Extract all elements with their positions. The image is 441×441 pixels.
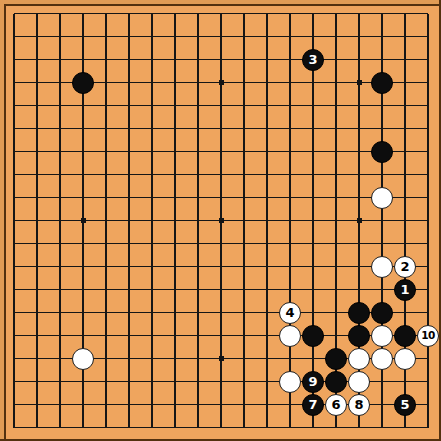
board-point (233, 71, 256, 94)
board-point (3, 393, 26, 416)
board-point (417, 301, 440, 324)
board-point (72, 278, 95, 301)
board-point (325, 2, 348, 25)
black-stone (302, 325, 324, 347)
board-point (233, 209, 256, 232)
star-point-marker (357, 80, 362, 85)
board-point (417, 393, 440, 416)
board-point (141, 278, 164, 301)
board-point (348, 71, 371, 94)
board-point (49, 278, 72, 301)
board-point (279, 347, 302, 370)
board-point (302, 324, 325, 347)
board-point (26, 140, 49, 163)
board-point (233, 393, 256, 416)
board-point (3, 140, 26, 163)
board-point (187, 370, 210, 393)
board-point (371, 324, 394, 347)
board-point (325, 117, 348, 140)
board-point (210, 324, 233, 347)
black-stone (371, 72, 393, 94)
board-point (394, 2, 417, 25)
board-point (141, 255, 164, 278)
board-point (210, 416, 233, 439)
board-point (95, 140, 118, 163)
board-point (141, 48, 164, 71)
board-point (279, 2, 302, 25)
board-point (256, 278, 279, 301)
board-point (394, 324, 417, 347)
board-point (3, 117, 26, 140)
board-point (72, 48, 95, 71)
board-point (3, 370, 26, 393)
board-point (417, 48, 440, 71)
board-point (348, 140, 371, 163)
board-point (394, 140, 417, 163)
board-point (187, 25, 210, 48)
black-stone-move-1: 1 (394, 279, 416, 301)
board-point (118, 209, 141, 232)
board-point (26, 94, 49, 117)
board-point (302, 347, 325, 370)
board-point (279, 278, 302, 301)
board-point (348, 301, 371, 324)
board-point (49, 347, 72, 370)
board-point (141, 370, 164, 393)
board-point (279, 48, 302, 71)
black-stone (394, 325, 416, 347)
board-point (210, 347, 233, 370)
black-stone (325, 348, 347, 370)
board-point (417, 117, 440, 140)
board-point (49, 186, 72, 209)
board-point (417, 25, 440, 48)
board-point (302, 232, 325, 255)
board-point (394, 186, 417, 209)
board-point (302, 255, 325, 278)
board-point (187, 232, 210, 255)
board-point (371, 347, 394, 370)
board-point (187, 209, 210, 232)
board-point (394, 370, 417, 393)
board-point (187, 94, 210, 117)
board-point (279, 255, 302, 278)
board-point (49, 370, 72, 393)
board-point (49, 416, 72, 439)
board-point (49, 94, 72, 117)
board-point (325, 278, 348, 301)
white-stone (348, 371, 370, 393)
board-point (49, 2, 72, 25)
board-point (164, 347, 187, 370)
board-point: 4 (279, 301, 302, 324)
board-point (279, 163, 302, 186)
board-point (164, 117, 187, 140)
board-point (95, 71, 118, 94)
white-stone-move-2: 2 (394, 256, 416, 278)
board-point (118, 163, 141, 186)
board-point (141, 232, 164, 255)
board-point (302, 117, 325, 140)
board-point (371, 48, 394, 71)
white-stone (279, 371, 301, 393)
board-point (233, 255, 256, 278)
board-point (325, 255, 348, 278)
board-point: 2 (394, 255, 417, 278)
board-point (233, 370, 256, 393)
board-point (95, 370, 118, 393)
board-point (95, 25, 118, 48)
board-point: 5 (394, 393, 417, 416)
board-point (348, 94, 371, 117)
board-point (95, 186, 118, 209)
board-point (72, 186, 95, 209)
board-point (279, 140, 302, 163)
board-point: 9 (302, 370, 325, 393)
board-point (302, 301, 325, 324)
board-point (417, 71, 440, 94)
board-point (49, 117, 72, 140)
board-point (233, 140, 256, 163)
board-point (233, 347, 256, 370)
board-point (49, 255, 72, 278)
white-stone-move-6: 6 (325, 394, 347, 416)
board-point (164, 71, 187, 94)
board-point (72, 117, 95, 140)
black-stone (371, 141, 393, 163)
board-point (256, 163, 279, 186)
board-point (26, 347, 49, 370)
board-point (394, 209, 417, 232)
white-stone (279, 325, 301, 347)
go-board-grid: 32141097685 (3, 2, 440, 439)
board-point (325, 232, 348, 255)
board-point (233, 117, 256, 140)
board-point (95, 347, 118, 370)
board-point (348, 347, 371, 370)
board-point (348, 186, 371, 209)
board-point (118, 347, 141, 370)
board-point (394, 117, 417, 140)
board-point (210, 163, 233, 186)
board-point (3, 416, 26, 439)
white-stone (394, 348, 416, 370)
board-point (26, 393, 49, 416)
board-point (210, 117, 233, 140)
board-point (302, 209, 325, 232)
board-point (118, 48, 141, 71)
board-point (417, 232, 440, 255)
board-point (187, 48, 210, 71)
board-point (371, 393, 394, 416)
board-point (187, 255, 210, 278)
board-point (371, 25, 394, 48)
go-diagram: 32141097685 (0, 0, 441, 441)
board-point (118, 370, 141, 393)
board-point (3, 255, 26, 278)
board-point (141, 94, 164, 117)
board-point (348, 324, 371, 347)
board-point (141, 71, 164, 94)
board-point (141, 163, 164, 186)
board-point (118, 2, 141, 25)
board-point (95, 278, 118, 301)
board-point (26, 301, 49, 324)
board-point (72, 255, 95, 278)
board-point (72, 324, 95, 347)
board-point (187, 416, 210, 439)
board-point (164, 186, 187, 209)
board-point (49, 301, 72, 324)
board-point (348, 163, 371, 186)
board-point (72, 347, 95, 370)
board-point (118, 71, 141, 94)
board-point (26, 48, 49, 71)
board-point (417, 140, 440, 163)
board-point (210, 209, 233, 232)
board-point (256, 301, 279, 324)
board-point (325, 163, 348, 186)
board-point (348, 255, 371, 278)
board-point (233, 25, 256, 48)
board-point (210, 94, 233, 117)
board-point (164, 163, 187, 186)
board-point (164, 232, 187, 255)
board-point (118, 393, 141, 416)
board-point (72, 416, 95, 439)
board-point (256, 140, 279, 163)
board-point (49, 71, 72, 94)
board-point (325, 48, 348, 71)
star-point-marker (219, 218, 224, 223)
board-point (118, 255, 141, 278)
board-point (210, 186, 233, 209)
board-point (417, 347, 440, 370)
board-face: 32141097685 (4, 4, 439, 439)
board-point (279, 370, 302, 393)
board-point (26, 370, 49, 393)
star-point-marker (219, 356, 224, 361)
board-point (394, 25, 417, 48)
board-point (417, 2, 440, 25)
board-point (95, 324, 118, 347)
board-point (141, 393, 164, 416)
board-point (3, 347, 26, 370)
board-point (371, 186, 394, 209)
board-point (95, 163, 118, 186)
board-point (325, 416, 348, 439)
board-point (26, 2, 49, 25)
board-point (3, 186, 26, 209)
board-point (394, 232, 417, 255)
black-stone (371, 302, 393, 324)
white-stone (371, 187, 393, 209)
board-point (95, 94, 118, 117)
board-point (279, 186, 302, 209)
board-point (256, 393, 279, 416)
board-point (141, 416, 164, 439)
board-point: 1 (394, 278, 417, 301)
board-point (256, 347, 279, 370)
board-point (95, 48, 118, 71)
board-point (256, 186, 279, 209)
board-point (394, 71, 417, 94)
board-point (118, 25, 141, 48)
board-point (371, 278, 394, 301)
board-point (256, 232, 279, 255)
board-point (141, 140, 164, 163)
board-point (3, 324, 26, 347)
board-point (118, 301, 141, 324)
board-point (371, 232, 394, 255)
board-point (3, 71, 26, 94)
board-point (279, 324, 302, 347)
board-point (233, 278, 256, 301)
black-stone-move-5: 5 (394, 394, 416, 416)
board-point (72, 370, 95, 393)
board-point (302, 94, 325, 117)
board-point (210, 370, 233, 393)
board-point (3, 25, 26, 48)
board-point: 10 (417, 324, 440, 347)
board-point (72, 140, 95, 163)
board-point (187, 347, 210, 370)
board-point (233, 416, 256, 439)
board-point (26, 71, 49, 94)
star-point-marker (81, 218, 86, 223)
board-point (26, 255, 49, 278)
board-point (371, 255, 394, 278)
board-point (3, 48, 26, 71)
white-stone (371, 348, 393, 370)
board-point (187, 140, 210, 163)
board-point (95, 209, 118, 232)
board-point (141, 301, 164, 324)
board-point (348, 117, 371, 140)
board-point: 6 (325, 393, 348, 416)
board-point (348, 278, 371, 301)
board-point (26, 324, 49, 347)
board-point (118, 140, 141, 163)
board-point (371, 163, 394, 186)
black-stone (325, 371, 347, 393)
board-point (164, 140, 187, 163)
board-point (233, 324, 256, 347)
board-point (233, 186, 256, 209)
board-point (26, 186, 49, 209)
board-point (187, 301, 210, 324)
white-stone (371, 325, 393, 347)
board-point (187, 186, 210, 209)
board-point: 7 (302, 393, 325, 416)
board-point (26, 416, 49, 439)
board-point (348, 48, 371, 71)
board-point (141, 209, 164, 232)
board-point (302, 163, 325, 186)
board-point (256, 2, 279, 25)
board-point (371, 209, 394, 232)
board-point (302, 278, 325, 301)
board-point (26, 209, 49, 232)
board-point (49, 140, 72, 163)
board-point (371, 2, 394, 25)
board-point (118, 186, 141, 209)
board-point (164, 324, 187, 347)
board-point (141, 347, 164, 370)
white-stone-move-4: 4 (279, 302, 301, 324)
black-stone (348, 325, 370, 347)
board-point (417, 255, 440, 278)
white-stone (371, 256, 393, 278)
board-point (72, 209, 95, 232)
board-point (279, 94, 302, 117)
board-point (118, 232, 141, 255)
board-point (95, 301, 118, 324)
board-point (348, 209, 371, 232)
board-point (164, 48, 187, 71)
board-point (72, 71, 95, 94)
board-point (210, 301, 233, 324)
board-point (95, 232, 118, 255)
board-point (95, 117, 118, 140)
board-point (141, 25, 164, 48)
board-point (210, 255, 233, 278)
board-point (348, 416, 371, 439)
board-point (233, 48, 256, 71)
board-point (164, 2, 187, 25)
board-point (210, 48, 233, 71)
white-stone-move-8: 8 (348, 394, 370, 416)
board-point (26, 278, 49, 301)
board-point (118, 94, 141, 117)
board-point (26, 163, 49, 186)
board-point (187, 324, 210, 347)
board-point (187, 2, 210, 25)
board-point (210, 278, 233, 301)
board-point (394, 347, 417, 370)
board-point (233, 301, 256, 324)
board-point (256, 48, 279, 71)
board-point (141, 186, 164, 209)
board-point (95, 416, 118, 439)
black-stone (72, 72, 94, 94)
board-point (3, 278, 26, 301)
board-point (256, 71, 279, 94)
board-point (302, 71, 325, 94)
board-point (49, 393, 72, 416)
board-point (3, 232, 26, 255)
board-point (325, 71, 348, 94)
board-point (417, 209, 440, 232)
board-point (348, 370, 371, 393)
board-point (302, 416, 325, 439)
black-stone-move-7: 7 (302, 394, 324, 416)
board-point (233, 2, 256, 25)
board-point (72, 393, 95, 416)
board-point (187, 278, 210, 301)
board-point (3, 163, 26, 186)
board-point (118, 324, 141, 347)
board-point (256, 94, 279, 117)
board-point (95, 255, 118, 278)
board-point (325, 301, 348, 324)
black-stone-move-3: 3 (302, 49, 324, 71)
board-point (164, 278, 187, 301)
board-point (325, 347, 348, 370)
board-point (348, 2, 371, 25)
board-point (371, 301, 394, 324)
board-point (72, 94, 95, 117)
